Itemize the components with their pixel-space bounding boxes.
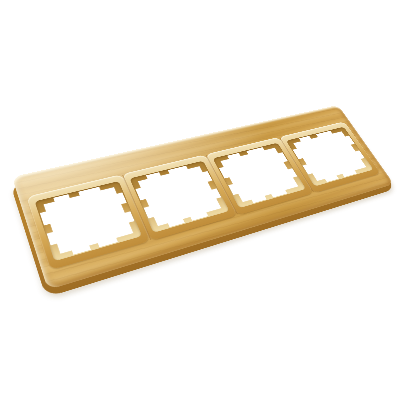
product-photo	[0, 0, 400, 400]
gang-row	[12, 105, 394, 290]
frame-face	[12, 105, 394, 290]
switch-frame	[12, 105, 394, 290]
